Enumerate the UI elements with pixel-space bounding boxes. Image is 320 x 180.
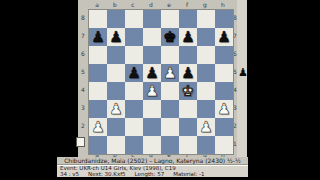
- side-to-move-indicator: [76, 137, 85, 147]
- square-e7[interactable]: ♚: [161, 28, 179, 46]
- piece-black-pawn[interactable]: ♟: [217, 30, 230, 45]
- square-g1[interactable]: [197, 136, 215, 154]
- square-c8[interactable]: [125, 10, 143, 28]
- file-label-d: d: [142, 0, 160, 9]
- status-variation: 34 : v5: [60, 172, 79, 178]
- square-g8[interactable]: [197, 10, 215, 28]
- square-e8[interactable]: [161, 10, 179, 28]
- square-g3[interactable]: [197, 100, 215, 118]
- square-h6[interactable]: [215, 46, 233, 64]
- piece-white-king[interactable]: ♚: [181, 84, 194, 99]
- piece-black-king[interactable]: ♚: [163, 30, 176, 45]
- square-g5[interactable]: [197, 64, 215, 82]
- square-f4[interactable]: ♚: [179, 82, 197, 100]
- file-label-a: a: [88, 0, 106, 9]
- piece-white-pawn[interactable]: ♟: [163, 66, 176, 81]
- square-h1[interactable]: [215, 136, 233, 154]
- square-h5[interactable]: [215, 64, 233, 82]
- piece-black-pawn[interactable]: ♟: [181, 66, 194, 81]
- square-d4[interactable]: ♟: [143, 82, 161, 100]
- square-a1[interactable]: [89, 136, 107, 154]
- square-h3[interactable]: ♟: [215, 100, 233, 118]
- square-b5[interactable]: [107, 64, 125, 82]
- square-h8[interactable]: [215, 10, 233, 28]
- square-e5[interactable]: ♟: [161, 64, 179, 82]
- players-title: Chiburdanidze, Maia (2502) – Lagno, Kate…: [57, 157, 248, 165]
- file-label-h: h: [214, 0, 232, 9]
- file-label-b: b: [106, 0, 124, 9]
- square-b6[interactable]: [107, 46, 125, 64]
- piece-black-pawn[interactable]: ♟: [109, 30, 122, 45]
- square-d5[interactable]: ♟: [143, 64, 161, 82]
- square-c3[interactable]: [125, 100, 143, 118]
- square-e4[interactable]: [161, 82, 179, 100]
- file-labels-top: abcdefgh: [88, 0, 232, 9]
- piece-white-pawn[interactable]: ♟: [199, 120, 212, 135]
- square-c7[interactable]: [125, 28, 143, 46]
- square-d3[interactable]: [143, 100, 161, 118]
- square-d2[interactable]: [143, 118, 161, 136]
- square-e6[interactable]: [161, 46, 179, 64]
- square-b1[interactable]: [107, 136, 125, 154]
- piece-black-pawn[interactable]: ♟: [127, 66, 140, 81]
- game-info-block: Chiburdanidze, Maia (2502) – Lagno, Kate…: [57, 157, 248, 177]
- piece-black-pawn[interactable]: ♟: [181, 30, 194, 45]
- square-h4[interactable]: [215, 82, 233, 100]
- square-c1[interactable]: [125, 136, 143, 154]
- square-d8[interactable]: [143, 10, 161, 28]
- rank-label-2: 2: [78, 117, 88, 135]
- file-label-f: f: [178, 0, 196, 9]
- square-b8[interactable]: [107, 10, 125, 28]
- square-h7[interactable]: ♟: [215, 28, 233, 46]
- piece-white-pawn[interactable]: ♟: [145, 84, 158, 99]
- rank-label-4: 4: [78, 81, 88, 99]
- piece-black-pawn[interactable]: ♟: [91, 30, 104, 45]
- square-c6[interactable]: [125, 46, 143, 64]
- piece-white-pawn[interactable]: ♟: [91, 120, 104, 135]
- rank-label-7: 7: [78, 27, 88, 45]
- square-a3[interactable]: [89, 100, 107, 118]
- file-label-g: g: [196, 0, 214, 9]
- square-g6[interactable]: [197, 46, 215, 64]
- status-next-move: Next: 30.Kxf5: [88, 172, 125, 178]
- square-c2[interactable]: [125, 118, 143, 136]
- square-f8[interactable]: [179, 10, 197, 28]
- letterbox-right: [248, 0, 320, 180]
- square-f1[interactable]: [179, 136, 197, 154]
- square-h2[interactable]: [215, 118, 233, 136]
- square-g2[interactable]: ♟: [197, 118, 215, 136]
- square-d6[interactable]: [143, 46, 161, 64]
- square-e1[interactable]: [161, 136, 179, 154]
- info-panel: Event: UKR-ch U14 Girls, Kiev (1998), C1…: [57, 165, 248, 177]
- square-e3[interactable]: [161, 100, 179, 118]
- square-d7[interactable]: [143, 28, 161, 46]
- square-b3[interactable]: ♟: [107, 100, 125, 118]
- rank-label-8: 8: [78, 9, 88, 27]
- square-f3[interactable]: [179, 100, 197, 118]
- square-a8[interactable]: [89, 10, 107, 28]
- square-b2[interactable]: [107, 118, 125, 136]
- status-material: Material: -1: [173, 172, 204, 178]
- chess-board-window: abcdefgh abcdefgh 87654321 87654321 ♟♟♚♟…: [78, 0, 247, 157]
- square-a7[interactable]: ♟: [89, 28, 107, 46]
- file-label-e: e: [160, 0, 178, 9]
- square-f6[interactable]: [179, 46, 197, 64]
- square-g7[interactable]: [197, 28, 215, 46]
- square-c5[interactable]: ♟: [125, 64, 143, 82]
- letterbox-left: [0, 0, 57, 180]
- rank-label-3: 3: [78, 99, 88, 117]
- square-a4[interactable]: [89, 82, 107, 100]
- status-length: Length: 57: [135, 172, 165, 178]
- piece-white-pawn[interactable]: ♟: [109, 102, 122, 117]
- square-f5[interactable]: ♟: [179, 64, 197, 82]
- square-b7[interactable]: ♟: [107, 28, 125, 46]
- square-b4[interactable]: [107, 82, 125, 100]
- piece-white-pawn[interactable]: ♟: [217, 102, 230, 117]
- file-label-c: c: [124, 0, 142, 9]
- material-balance-black-pawn-icon: ♟: [238, 66, 247, 79]
- square-e2[interactable]: [161, 118, 179, 136]
- piece-black-pawn[interactable]: ♟: [145, 66, 158, 81]
- square-f7[interactable]: ♟: [179, 28, 197, 46]
- square-a6[interactable]: [89, 46, 107, 64]
- square-f2[interactable]: [179, 118, 197, 136]
- rank-label-5: 5: [78, 63, 88, 81]
- rank-label-6: 6: [78, 45, 88, 63]
- square-d1[interactable]: [143, 136, 161, 154]
- square-g4[interactable]: [197, 82, 215, 100]
- square-a2[interactable]: ♟: [89, 118, 107, 136]
- chess-board: ♟♟♚♟♟♟♟♟♟♟♚♟♟♟♟: [88, 9, 234, 155]
- status-line: 34 : v5 Next: 30.Kxf5 Length: 57 Materia…: [60, 172, 248, 178]
- square-c4[interactable]: [125, 82, 143, 100]
- square-a5[interactable]: [89, 64, 107, 82]
- rank-labels-left: 87654321: [78, 9, 88, 153]
